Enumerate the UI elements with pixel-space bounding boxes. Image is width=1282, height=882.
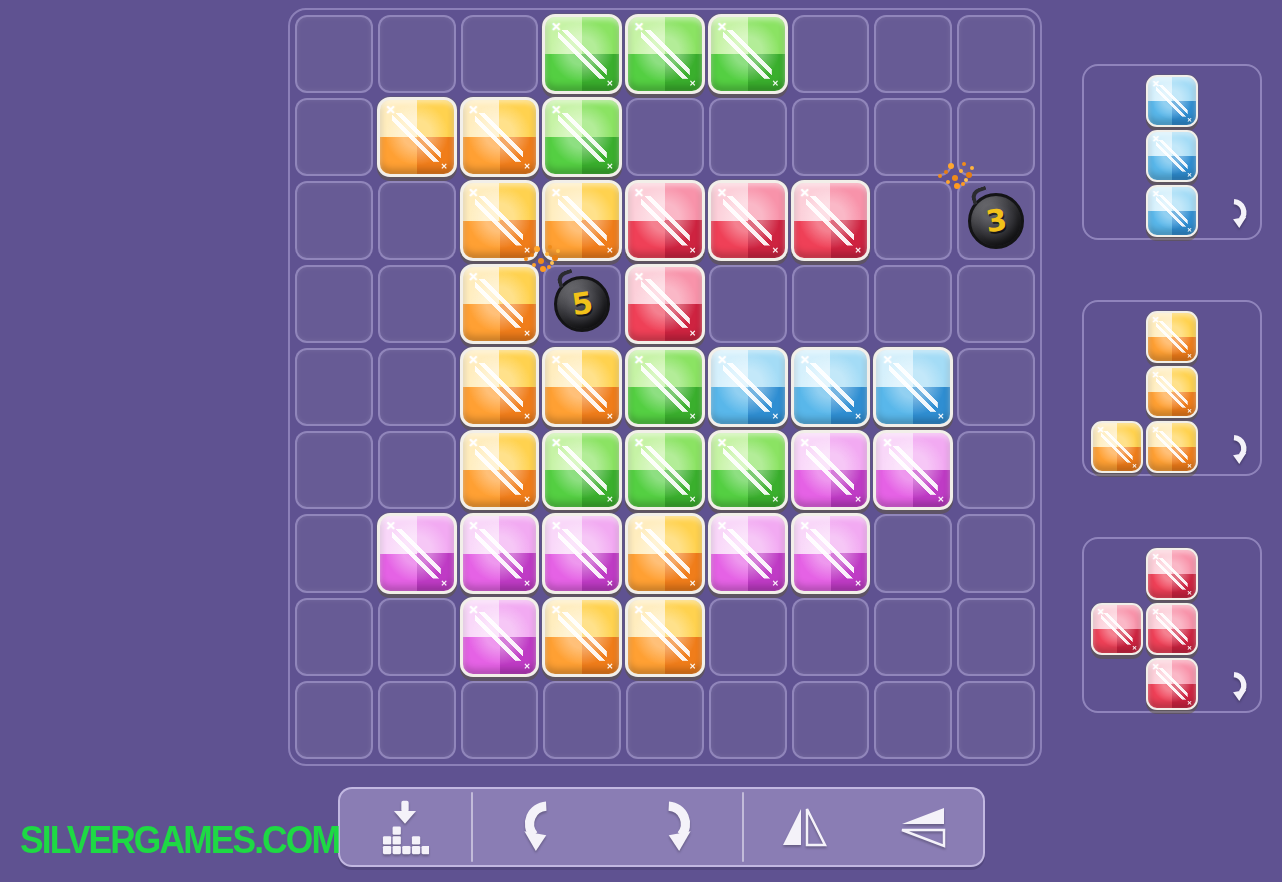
tray-gem-blue[interactable] — [1146, 75, 1198, 127]
tray-slot — [1090, 310, 1144, 364]
tray-gem-blue[interactable] — [1146, 185, 1198, 237]
board-cell-r4c8[interactable] — [957, 348, 1035, 426]
tray-2 — [1082, 300, 1262, 476]
tray-slot — [1145, 547, 1199, 601]
board-cell-r0c2[interactable] — [461, 15, 539, 93]
gem-magenta — [460, 597, 540, 677]
tray-slot — [1090, 657, 1144, 711]
drop-piece-icon — [381, 799, 429, 856]
tray-slot — [1090, 74, 1144, 128]
gem-magenta — [460, 513, 540, 593]
board-cell-r8c7[interactable] — [874, 681, 952, 759]
board-cell-r2c4[interactable] — [626, 181, 704, 259]
board-cell-r5c6[interactable] — [792, 431, 870, 509]
board-cell-r1c8[interactable] — [957, 98, 1035, 176]
board-cell-r4c7[interactable] — [874, 348, 952, 426]
board-cell-r7c2[interactable] — [461, 598, 539, 676]
board-cell-r3c1[interactable] — [378, 265, 456, 343]
gem-orange — [460, 264, 540, 344]
board-cell-r6c3[interactable] — [543, 514, 621, 592]
board-cell-r5c5[interactable] — [709, 431, 787, 509]
tray-slot — [1145, 129, 1199, 183]
flip-horizontal-icon — [779, 806, 829, 848]
board-cell-r7c6[interactable] — [792, 598, 870, 676]
board-cell-r5c0[interactable] — [295, 431, 373, 509]
gem-green — [542, 430, 622, 510]
board-cell-r1c3[interactable] — [543, 98, 621, 176]
tray-slot — [1090, 420, 1144, 474]
gem-orange — [460, 97, 540, 177]
board-cell-r0c7[interactable] — [874, 15, 952, 93]
rotate-piece-icon[interactable] — [1226, 672, 1249, 702]
drop-piece-button[interactable] — [381, 799, 429, 856]
board-cell-r3c3[interactable]: 5 — [543, 265, 621, 343]
tray-slot — [1145, 310, 1199, 364]
bomb: 3 — [968, 193, 1024, 249]
board-cell-r2c3[interactable] — [543, 181, 621, 259]
flip-vertical-button[interactable] — [898, 805, 948, 849]
tray-gem-orange[interactable] — [1146, 311, 1198, 363]
board-cell-r1c0[interactable] — [295, 98, 373, 176]
board-cell-r5c2[interactable] — [461, 431, 539, 509]
gem-magenta — [873, 430, 953, 510]
board-cell-r6c5[interactable] — [709, 514, 787, 592]
board-cell-r7c7[interactable] — [874, 598, 952, 676]
board-cell-r0c8[interactable] — [957, 15, 1035, 93]
board-cell-r4c1[interactable] — [378, 348, 456, 426]
gem-orange — [460, 180, 540, 260]
board-cell-r8c0[interactable] — [295, 681, 373, 759]
board-cell-r0c4[interactable] — [626, 15, 704, 93]
board-cell-r7c1[interactable] — [378, 598, 456, 676]
bomb-sparks-icon — [961, 182, 965, 186]
board-cell-r3c0[interactable] — [295, 265, 373, 343]
board-cell-r1c1[interactable] — [378, 98, 456, 176]
tray-slot — [1090, 547, 1144, 601]
gem-orange — [625, 513, 705, 593]
board-cell-r6c7[interactable] — [874, 514, 952, 592]
board-cell-r8c8[interactable] — [957, 681, 1035, 759]
tray-slot — [1090, 184, 1144, 238]
board-cell-r4c4[interactable] — [626, 348, 704, 426]
gem-orange — [460, 347, 540, 427]
gem-blue — [708, 347, 788, 427]
board-cell-r6c0[interactable] — [295, 514, 373, 592]
gem-green — [625, 430, 705, 510]
board-cell-r2c6[interactable] — [792, 181, 870, 259]
board-cell-r4c5[interactable] — [709, 348, 787, 426]
gem-magenta — [708, 513, 788, 593]
tray-gem-red[interactable] — [1146, 658, 1198, 710]
gem-orange — [625, 597, 705, 677]
tray-slot — [1200, 129, 1254, 183]
game-screen: 35 — [0, 0, 1282, 882]
tray-slot — [1145, 365, 1199, 419]
tray-3 — [1082, 537, 1262, 713]
board-cell-r0c6[interactable] — [792, 15, 870, 93]
gem-red — [791, 180, 871, 260]
board-cell-r0c1[interactable] — [378, 15, 456, 93]
bomb-counter: 3 — [984, 204, 1009, 237]
board-cell-r0c3[interactable] — [543, 15, 621, 93]
board-panel: 35 — [288, 8, 1042, 766]
gem-green — [708, 14, 788, 94]
board-cell-r3c4[interactable] — [626, 265, 704, 343]
board-cell-r3c6[interactable] — [792, 265, 870, 343]
gem-orange — [542, 347, 622, 427]
gem-red — [625, 180, 705, 260]
gem-orange — [377, 97, 457, 177]
board-cell-r8c5[interactable] — [709, 681, 787, 759]
tray-slot — [1090, 602, 1144, 656]
tray-slot — [1145, 420, 1199, 474]
tray-slot — [1200, 74, 1254, 128]
board-cell-r3c5[interactable] — [709, 265, 787, 343]
board-cell-r6c8[interactable] — [957, 514, 1035, 592]
board-cell-r5c4[interactable] — [626, 431, 704, 509]
board-cell-r5c7[interactable] — [874, 431, 952, 509]
board-cell-r7c0[interactable] — [295, 598, 373, 676]
board-cell-r8c4[interactable] — [626, 681, 704, 759]
board-cell-r2c8[interactable]: 3 — [957, 181, 1035, 259]
tray-gem-orange[interactable] — [1146, 366, 1198, 418]
board-cell-r6c2[interactable] — [461, 514, 539, 592]
board-cell-r8c6[interactable] — [792, 681, 870, 759]
board-cell-r2c2[interactable] — [461, 181, 539, 259]
tray-slot — [1145, 657, 1199, 711]
tray-slot — [1200, 547, 1254, 601]
board-cell-r0c5[interactable] — [709, 15, 787, 93]
board-cell-r5c3[interactable] — [543, 431, 621, 509]
board-cell-r2c7[interactable] — [874, 181, 952, 259]
bomb-sparks-icon — [547, 265, 551, 269]
board-cell-r6c4[interactable] — [626, 514, 704, 592]
board-cell-r4c0[interactable] — [295, 348, 373, 426]
board-cell-r5c8[interactable] — [957, 431, 1035, 509]
board-cell-r7c5[interactable] — [709, 598, 787, 676]
board-cell-r8c3[interactable] — [543, 681, 621, 759]
gem-red — [625, 264, 705, 344]
gem-magenta — [791, 513, 871, 593]
board-cell-r3c8[interactable] — [957, 265, 1035, 343]
tray-gem-orange[interactable] — [1146, 421, 1198, 473]
tray-gem-red[interactable] — [1146, 548, 1198, 600]
rotate-piece-icon[interactable] — [1226, 435, 1249, 465]
rotate-ccw-icon — [521, 801, 559, 853]
silvergames-watermark: SILVERGAMES.COM — [20, 818, 339, 864]
gem-blue — [873, 347, 953, 427]
tray-slot — [1200, 310, 1254, 364]
tray-slot — [1145, 74, 1199, 128]
tray-gem-orange[interactable] — [1091, 421, 1143, 473]
rotate-piece-icon[interactable] — [1226, 199, 1249, 229]
gem-green — [708, 430, 788, 510]
bomb-counter: 5 — [570, 287, 595, 320]
tray-slot — [1090, 365, 1144, 419]
gem-orange — [542, 597, 622, 677]
board-cell-r0c0[interactable] — [295, 15, 373, 93]
tray-slot — [1145, 602, 1199, 656]
flip-horizontal-button[interactable] — [779, 806, 829, 848]
tray-1 — [1082, 64, 1262, 240]
bomb-fuse-icon — [555, 269, 576, 289]
bomb-fuse-icon — [969, 185, 990, 205]
gem-magenta — [542, 513, 622, 593]
board-cell-r1c4[interactable] — [626, 98, 704, 176]
gem-magenta — [791, 430, 871, 510]
board-cell-r4c3[interactable] — [543, 348, 621, 426]
rotate-cw-icon — [656, 801, 694, 853]
board-cell-r7c8[interactable] — [957, 598, 1035, 676]
board-cell-r4c6[interactable] — [792, 348, 870, 426]
tray-gem-blue[interactable] — [1146, 130, 1198, 182]
board-cell-r8c2[interactable] — [461, 681, 539, 759]
gem-blue — [791, 347, 871, 427]
gem-orange — [542, 180, 622, 260]
gem-green — [542, 14, 622, 94]
tray-gem-red[interactable] — [1091, 603, 1143, 655]
gem-red — [708, 180, 788, 260]
board-cell-r1c6[interactable] — [792, 98, 870, 176]
board-cell-r2c0[interactable] — [295, 181, 373, 259]
board-cell-r3c2[interactable] — [461, 265, 539, 343]
board-cell-r7c3[interactable] — [543, 598, 621, 676]
gem-magenta — [377, 513, 457, 593]
board-cell-r5c1[interactable] — [378, 431, 456, 509]
tray-slot — [1090, 129, 1144, 183]
tray-slot — [1200, 365, 1254, 419]
board-cell-r1c7[interactable] — [874, 98, 952, 176]
board-cell-r3c7[interactable] — [874, 265, 952, 343]
tray-slot — [1200, 602, 1254, 656]
tray-slot — [1145, 184, 1199, 238]
board-cell-r4c2[interactable] — [461, 348, 539, 426]
board-cell-r7c4[interactable] — [626, 598, 704, 676]
board-cell-r2c1[interactable] — [378, 181, 456, 259]
board-cell-r6c1[interactable] — [378, 514, 456, 592]
bomb: 5 — [554, 276, 610, 332]
gem-green — [542, 97, 622, 177]
board-cell-r8c1[interactable] — [378, 681, 456, 759]
board-cell-r1c2[interactable] — [461, 98, 539, 176]
rotate-cw-button[interactable] — [656, 801, 694, 853]
toolbar — [338, 787, 985, 867]
rotate-ccw-button[interactable] — [521, 801, 559, 853]
board-cell-r1c5[interactable] — [709, 98, 787, 176]
board-grid: 35 — [295, 15, 1035, 759]
gem-orange — [460, 430, 540, 510]
board-cell-r2c5[interactable] — [709, 181, 787, 259]
flip-vertical-icon — [898, 805, 948, 849]
gem-green — [625, 347, 705, 427]
gem-green — [625, 14, 705, 94]
board-cell-r6c6[interactable] — [792, 514, 870, 592]
tray-gem-red[interactable] — [1146, 603, 1198, 655]
